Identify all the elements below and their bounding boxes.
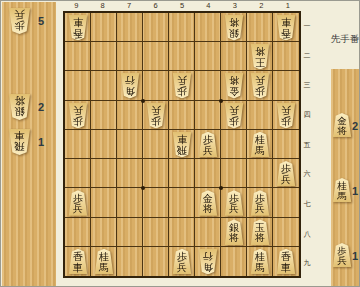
piece-kanji: 車 xyxy=(172,133,192,144)
square-41[interactable] xyxy=(195,13,221,42)
square-81[interactable] xyxy=(91,13,117,42)
hand-piece-kinsho-sente[interactable]: 金将 xyxy=(332,113,352,137)
piece-kanji: 角 xyxy=(120,85,140,96)
square-82[interactable] xyxy=(91,42,117,71)
piece-37-fuhyo-sente[interactable]: 歩兵 xyxy=(224,190,244,216)
square-48[interactable] xyxy=(195,218,221,247)
piece-kanji: 車 xyxy=(68,263,88,274)
piece-kanji: 歩 xyxy=(8,20,31,31)
piece-kanji: 歩 xyxy=(68,114,88,125)
rank-label-5: 五 xyxy=(302,130,312,160)
piece-27-fuhyo-sente[interactable]: 歩兵 xyxy=(250,190,270,216)
piece-89-keima-sente[interactable]: 桂馬 xyxy=(94,249,114,275)
square-62[interactable] xyxy=(143,42,169,71)
piece-kanji: 将 xyxy=(250,233,270,244)
piece-kanji: 歩 xyxy=(224,114,244,125)
square-57[interactable] xyxy=(169,188,195,217)
piece-kanji: 金 xyxy=(224,85,244,96)
piece-kanji: 香 xyxy=(276,26,296,37)
piece-31-ginsho-gote[interactable]: 銀将 xyxy=(224,15,244,41)
piece-kanji: 銀 xyxy=(8,106,31,117)
piece-kanji: 桂 xyxy=(250,252,270,263)
square-61[interactable] xyxy=(143,13,169,42)
square-77[interactable] xyxy=(117,188,143,217)
piece-kanji: 兵 xyxy=(68,104,88,115)
piece-19-kyosha-sente[interactable]: 香車 xyxy=(276,249,296,275)
gote-captured-pieces-stand: 歩兵5銀将2飛車1 xyxy=(2,2,56,286)
square-98[interactable] xyxy=(65,218,91,247)
square-63[interactable] xyxy=(143,71,169,100)
square-93[interactable] xyxy=(65,71,91,100)
square-39[interactable] xyxy=(221,247,247,276)
square-43[interactable] xyxy=(195,71,221,100)
square-71[interactable] xyxy=(117,13,143,42)
piece-45-fuhyo-sente[interactable]: 歩兵 xyxy=(198,132,218,158)
hand-piece-ginsho-gote[interactable]: 銀将 xyxy=(8,94,31,120)
square-66[interactable] xyxy=(143,159,169,188)
square-88[interactable] xyxy=(91,218,117,247)
square-78[interactable] xyxy=(117,218,143,247)
piece-kanji: 兵 xyxy=(198,146,218,157)
square-56[interactable] xyxy=(169,159,195,188)
piece-kanji: 将 xyxy=(224,74,244,85)
piece-kanji: 香 xyxy=(68,26,88,37)
rank-label-1: 一 xyxy=(302,11,312,41)
square-32[interactable] xyxy=(221,42,247,71)
square-46[interactable] xyxy=(195,159,221,188)
piece-kanji: 馬 xyxy=(332,191,352,201)
piece-14-fuhyo-gote[interactable]: 歩兵 xyxy=(276,103,296,129)
square-42[interactable] xyxy=(195,42,221,71)
square-26[interactable] xyxy=(247,159,273,188)
square-12[interactable] xyxy=(273,42,299,71)
piece-kanji: 車 xyxy=(8,130,31,141)
piece-kanji: 車 xyxy=(276,263,296,274)
piece-kanji: 将 xyxy=(198,204,218,215)
square-85[interactable] xyxy=(91,130,117,159)
piece-kanji: 馬 xyxy=(250,146,270,157)
file-label-8: 8 xyxy=(89,1,115,11)
piece-kanji: 行 xyxy=(198,250,218,261)
square-18[interactable] xyxy=(273,218,299,247)
piece-kanji: 兵 xyxy=(250,74,270,85)
hand-count-fuhyo: 1 xyxy=(352,250,358,262)
piece-34-fuhyo-gote[interactable]: 歩兵 xyxy=(224,103,244,129)
file-coordinates: 987654321 xyxy=(63,1,301,11)
square-95[interactable] xyxy=(65,130,91,159)
piece-kanji: 兵 xyxy=(68,204,88,215)
piece-kanji: 兵 xyxy=(332,256,352,266)
square-36[interactable] xyxy=(221,159,247,188)
square-69[interactable] xyxy=(143,247,169,276)
piece-kanji: 歩 xyxy=(172,252,192,263)
square-75[interactable] xyxy=(117,130,143,159)
rank-label-2: 二 xyxy=(302,41,312,71)
piece-33-kinsho-gote[interactable]: 金将 xyxy=(224,73,244,99)
piece-kanji: 銀 xyxy=(224,26,244,37)
square-58[interactable] xyxy=(169,218,195,247)
piece-kanji: 兵 xyxy=(276,104,296,115)
square-52[interactable] xyxy=(169,42,195,71)
rank-coordinates: 一二三四五六七八九 xyxy=(302,11,312,278)
piece-kanji: 歩 xyxy=(276,114,296,125)
piece-kanji: 王 xyxy=(250,56,270,67)
piece-25-keima-sente[interactable]: 桂馬 xyxy=(250,132,270,158)
square-54[interactable] xyxy=(169,101,195,130)
piece-11-kyosha-gote[interactable]: 香車 xyxy=(276,15,296,41)
piece-kanji: 馬 xyxy=(250,263,270,274)
piece-55-hisha-gote[interactable]: 飛車 xyxy=(172,132,192,158)
square-72[interactable] xyxy=(117,42,143,71)
piece-kanji: 兵 xyxy=(224,104,244,115)
piece-22-osho-gote[interactable]: 王将 xyxy=(250,44,270,70)
square-15[interactable] xyxy=(273,130,299,159)
piece-kanji: 飛 xyxy=(8,141,31,152)
piece-94-fuhyo-gote[interactable]: 歩兵 xyxy=(68,103,88,129)
piece-kanji: 歩 xyxy=(250,85,270,96)
square-21[interactable] xyxy=(247,13,273,42)
square-84[interactable] xyxy=(91,101,117,130)
piece-kanji: 歩 xyxy=(172,85,192,96)
piece-kanji: 兵 xyxy=(276,175,296,186)
hand-count-fuhyo: 5 xyxy=(38,15,44,27)
piece-kanji: 兵 xyxy=(172,74,192,85)
file-label-7: 7 xyxy=(116,1,142,11)
piece-91-kyosha-gote[interactable]: 香車 xyxy=(68,15,88,41)
file-label-3: 3 xyxy=(222,1,248,11)
piece-53-fuhyo-gote[interactable]: 歩兵 xyxy=(172,73,192,99)
square-86[interactable] xyxy=(91,159,117,188)
square-76[interactable] xyxy=(117,159,143,188)
piece-kanji: 車 xyxy=(68,16,88,27)
hand-piece-keima-sente[interactable]: 桂馬 xyxy=(332,178,352,202)
piece-16-fuhyo-sente[interactable]: 歩兵 xyxy=(276,161,296,187)
file-label-5: 5 xyxy=(169,1,195,11)
rank-label-6: 六 xyxy=(302,159,312,189)
piece-kanji: 兵 xyxy=(146,104,166,115)
file-label-4: 4 xyxy=(195,1,221,11)
hand-count-keima: 1 xyxy=(352,185,358,197)
square-87[interactable] xyxy=(91,188,117,217)
piece-kanji: 角 xyxy=(198,260,218,271)
piece-kanji: 将 xyxy=(332,126,352,136)
shogi-app: { "game": "shogi", "turn_label": "先手番", … xyxy=(0,0,360,287)
piece-kanji: 馬 xyxy=(94,263,114,274)
piece-kanji: 兵 xyxy=(224,204,244,215)
file-label-1: 1 xyxy=(275,1,301,11)
square-74[interactable] xyxy=(117,101,143,130)
square-17[interactable] xyxy=(273,188,299,217)
square-67[interactable] xyxy=(143,188,169,217)
piece-47-kinsho-sente[interactable]: 金将 xyxy=(198,190,218,216)
hand-piece-fuhyo-sente[interactable]: 歩兵 xyxy=(332,243,352,267)
piece-kanji: 香 xyxy=(68,252,88,263)
square-96[interactable] xyxy=(65,159,91,188)
file-label-9: 9 xyxy=(63,1,89,11)
turn-indicator: 先手番 xyxy=(329,32,360,46)
square-35[interactable] xyxy=(221,130,247,159)
piece-kanji: 将 xyxy=(224,16,244,27)
piece-38-ginsho-sente[interactable]: 銀将 xyxy=(224,219,244,245)
piece-kanji: 兵 xyxy=(250,204,270,215)
square-51[interactable] xyxy=(169,13,195,42)
piece-kanji: 香 xyxy=(276,252,296,263)
piece-kanji: 桂 xyxy=(94,252,114,263)
piece-kanji: 歩 xyxy=(146,114,166,125)
file-label-2: 2 xyxy=(248,1,274,11)
rank-label-9: 九 xyxy=(302,248,312,278)
piece-23-fuhyo-gote[interactable]: 歩兵 xyxy=(250,73,270,99)
hand-count-kinsho: 2 xyxy=(352,120,358,132)
rank-label-8: 八 xyxy=(302,219,312,249)
square-24[interactable] xyxy=(247,101,273,130)
square-68[interactable] xyxy=(143,218,169,247)
piece-kanji: 将 xyxy=(8,95,31,106)
square-83[interactable] xyxy=(91,71,117,100)
hand-piece-hisha-gote[interactable]: 飛車 xyxy=(8,129,31,155)
square-92[interactable] xyxy=(65,42,91,71)
hand-piece-fuhyo-gote[interactable]: 歩兵 xyxy=(8,8,31,34)
piece-kanji: 車 xyxy=(276,16,296,27)
sente-captured-pieces-stand: 金将2桂馬1歩兵1 xyxy=(331,69,359,287)
piece-73-kakugyo-gote[interactable]: 角行 xyxy=(120,73,140,99)
square-44[interactable] xyxy=(195,101,221,130)
piece-28-gyokusho-sente[interactable]: 玉将 xyxy=(250,219,270,245)
rank-label-3: 三 xyxy=(302,70,312,100)
hand-count-ginsho: 2 xyxy=(38,101,44,113)
shogi-board[interactable]: 香車銀将香車王将角行歩兵金将歩兵歩兵歩兵歩兵歩兵飛車歩兵桂馬歩兵歩兵金将歩兵歩兵… xyxy=(63,11,301,278)
square-13[interactable] xyxy=(273,71,299,100)
piece-kanji: 飛 xyxy=(172,143,192,154)
piece-kanji: 行 xyxy=(120,74,140,85)
piece-kanji: 兵 xyxy=(8,9,31,20)
file-label-6: 6 xyxy=(142,1,168,11)
square-65[interactable] xyxy=(143,130,169,159)
square-79[interactable] xyxy=(117,247,143,276)
piece-99-kyosha-sente[interactable]: 香車 xyxy=(68,249,88,275)
rank-label-4: 四 xyxy=(302,100,312,130)
hand-count-hisha: 1 xyxy=(38,136,44,148)
rank-label-7: 七 xyxy=(302,189,312,219)
piece-29-keima-sente[interactable]: 桂馬 xyxy=(250,249,270,275)
piece-49-kakugyo-gote[interactable]: 角行 xyxy=(198,249,218,275)
piece-kanji: 将 xyxy=(224,233,244,244)
piece-64-fuhyo-gote[interactable]: 歩兵 xyxy=(146,103,166,129)
piece-97-fuhyo-sente[interactable]: 歩兵 xyxy=(68,190,88,216)
piece-kanji: 将 xyxy=(250,45,270,56)
piece-kanji: 兵 xyxy=(172,263,192,274)
piece-59-fuhyo-sente[interactable]: 歩兵 xyxy=(172,249,192,275)
